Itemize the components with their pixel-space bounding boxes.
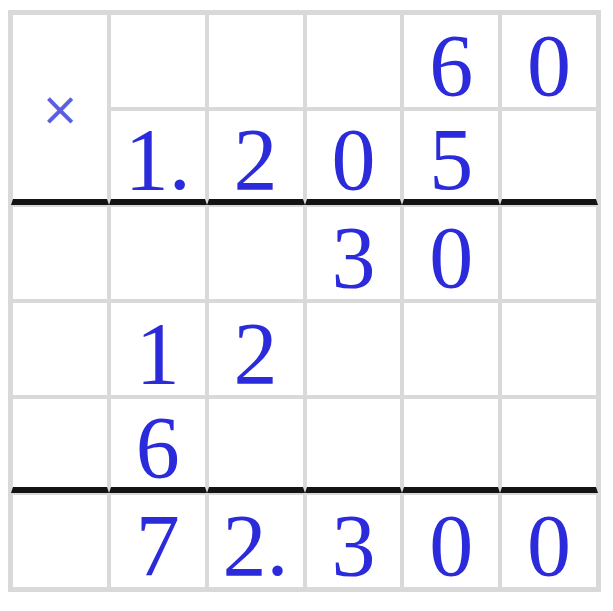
cell-r5c2: 6 [109, 397, 207, 493]
digit: 3 [331, 214, 375, 302]
cell-r1c2 [109, 13, 207, 109]
cell-r1c3 [207, 13, 305, 109]
cell-r3c2 [109, 205, 207, 301]
digit: 6 [429, 22, 473, 110]
cell-r5c4 [305, 397, 403, 493]
digit: 2 [234, 116, 278, 204]
cell-r5c3 [207, 397, 305, 493]
digit: 0 [527, 22, 571, 110]
cell-r4c1 [11, 301, 109, 397]
cell-r2c2: 1. [109, 109, 207, 205]
cell-r6c2: 7 [109, 493, 207, 589]
digit: 1 [136, 310, 180, 398]
digit: 0 [331, 116, 375, 204]
cell-r2c6 [500, 109, 598, 205]
cell-r4c5 [402, 301, 500, 397]
digit: 6 [136, 404, 180, 492]
long-multiplication-grid: × 6 0 1. 2 0 5 3 0 1 2 6 7 2. 3 0 0 [8, 10, 601, 592]
digit: 1. [125, 116, 191, 204]
digit: 7 [136, 502, 180, 590]
cell-r3c6 [500, 205, 598, 301]
cell-r3c4: 3 [305, 205, 403, 301]
cell-r3c3 [207, 205, 305, 301]
multiplication-sign-cell: × [11, 13, 109, 205]
cell-r5c1 [11, 397, 109, 493]
digit: 2. [223, 502, 289, 590]
cell-r1c4 [305, 13, 403, 109]
cell-r1c6: 0 [500, 13, 598, 109]
digit: 2 [234, 310, 278, 398]
multiplication-icon: × [41, 86, 80, 132]
digit: 3 [331, 502, 375, 590]
digit: 0 [429, 502, 473, 590]
cell-r5c5 [402, 397, 500, 493]
cell-r4c6 [500, 301, 598, 397]
digit: 5 [429, 116, 473, 204]
cell-r6c5: 0 [402, 493, 500, 589]
cell-r4c4 [305, 301, 403, 397]
cell-r6c3: 2. [207, 493, 305, 589]
cell-r5c6 [500, 397, 598, 493]
cell-r3c5: 0 [402, 205, 500, 301]
cell-r2c5: 5 [402, 109, 500, 205]
cell-r6c6: 0 [500, 493, 598, 589]
digit: 0 [429, 214, 473, 302]
cell-r6c4: 3 [305, 493, 403, 589]
cell-r1c5: 6 [402, 13, 500, 109]
cell-r4c2: 1 [109, 301, 207, 397]
cell-r4c3: 2 [207, 301, 305, 397]
cell-r3c1 [11, 205, 109, 301]
cell-r2c4: 0 [305, 109, 403, 205]
cell-r2c3: 2 [207, 109, 305, 205]
cell-r6c1 [11, 493, 109, 589]
digit: 0 [527, 502, 571, 590]
